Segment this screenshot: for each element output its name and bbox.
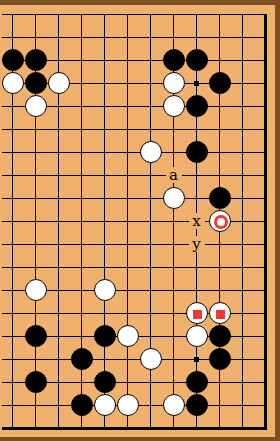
stone-white-J15 bbox=[25, 95, 47, 117]
stone-black-J16 bbox=[25, 72, 47, 94]
stone-white-O13 bbox=[140, 141, 162, 163]
board-frame-right bbox=[275, 0, 280, 441]
grid-hline bbox=[2, 129, 267, 130]
point-label-a: a bbox=[166, 167, 182, 183]
stone-black-M5 bbox=[94, 325, 116, 347]
red-circle-marker bbox=[214, 215, 228, 229]
red-square-marker bbox=[216, 310, 225, 319]
stone-black-Q15 bbox=[186, 95, 208, 117]
stone-black-J3 bbox=[25, 371, 47, 393]
board-frame-top bbox=[0, 0, 280, 5]
stone-black-Q2 bbox=[186, 394, 208, 416]
stone-black-Q17 bbox=[186, 49, 208, 71]
stone-black-J5 bbox=[25, 325, 47, 347]
stone-white-K16 bbox=[48, 72, 70, 94]
go-board-diagram: axy bbox=[0, 0, 280, 441]
stone-black-R5 bbox=[209, 325, 231, 347]
stone-white-Q5 bbox=[186, 325, 208, 347]
stone-black-M3 bbox=[94, 371, 116, 393]
point-label-x: x bbox=[189, 213, 205, 229]
grid-hline-board-edge bbox=[2, 427, 267, 430]
stone-white-O4 bbox=[140, 348, 162, 370]
stone-black-J17 bbox=[25, 49, 47, 71]
stone-black-Q3 bbox=[186, 371, 208, 393]
stone-black-R16 bbox=[209, 72, 231, 94]
stone-white-M2 bbox=[94, 394, 116, 416]
stone-white-N2 bbox=[117, 394, 139, 416]
board-frame-bottom bbox=[0, 437, 280, 441]
stone-white-squared-R6 bbox=[209, 302, 231, 324]
grid-hline bbox=[2, 37, 267, 38]
point-label-y: y bbox=[189, 236, 205, 252]
grid-vline-board-edge bbox=[264, 14, 267, 430]
stone-white-P11 bbox=[163, 187, 185, 209]
grid-hline bbox=[2, 267, 267, 268]
stone-black-R4 bbox=[209, 348, 231, 370]
stone-black-Q13 bbox=[186, 141, 208, 163]
grid-hline bbox=[2, 14, 267, 15]
grid-hline bbox=[2, 175, 267, 176]
red-square-marker bbox=[193, 310, 202, 319]
grid-hline bbox=[2, 244, 267, 245]
stone-white-M7 bbox=[94, 279, 116, 301]
stone-black-P17 bbox=[163, 49, 185, 71]
star-point-Q4 bbox=[194, 357, 199, 362]
stone-white-P15 bbox=[163, 95, 185, 117]
grid-vline bbox=[242, 14, 243, 430]
stone-black-L2 bbox=[71, 394, 93, 416]
stone-white-circled-R10 bbox=[209, 210, 231, 232]
stone-white-J7 bbox=[25, 279, 47, 301]
star-point-Q16 bbox=[194, 81, 199, 86]
stone-white-P2 bbox=[163, 394, 185, 416]
stone-white-P16 bbox=[163, 72, 185, 94]
grid-vline bbox=[104, 14, 105, 430]
stone-white-N5 bbox=[117, 325, 139, 347]
stone-black-R11 bbox=[209, 187, 231, 209]
stone-black-H17 bbox=[2, 49, 24, 71]
stone-black-L4 bbox=[71, 348, 93, 370]
grid-hline bbox=[2, 152, 267, 153]
grid-vline bbox=[127, 14, 128, 430]
stone-white-H16 bbox=[2, 72, 24, 94]
stone-white-squared-Q6 bbox=[186, 302, 208, 324]
